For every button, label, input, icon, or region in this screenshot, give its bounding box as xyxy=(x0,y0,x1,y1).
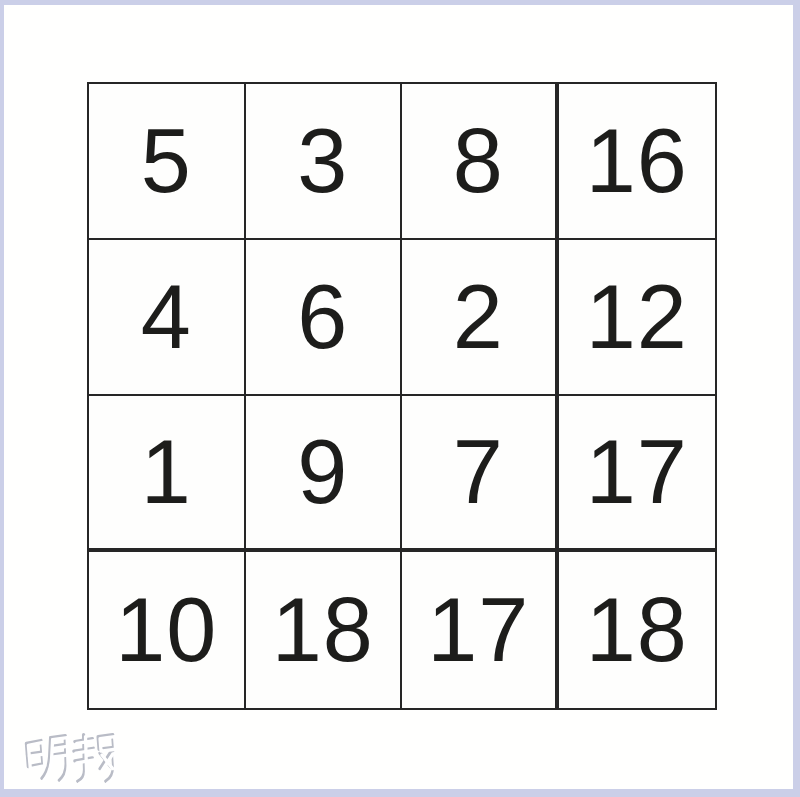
cell-r1c4-row-sum: 16 xyxy=(559,84,716,240)
cell-r2c4-row-sum: 12 xyxy=(559,240,716,396)
cell-r2c1: 4 xyxy=(89,240,246,396)
cell-value: 18 xyxy=(586,585,688,675)
cell-value: 17 xyxy=(586,427,688,517)
cell-r4c1-col-sum: 10 xyxy=(89,552,246,708)
cell-value: 4 xyxy=(141,272,192,362)
cell-value: 6 xyxy=(297,272,348,362)
puzzle-grid: 5 3 8 16 4 6 2 12 1 9 7 17 10 18 17 18 xyxy=(87,82,717,710)
cell-r3c4-row-sum: 17 xyxy=(559,396,716,552)
cell-r3c3: 7 xyxy=(402,396,559,552)
cell-value: 10 xyxy=(115,585,217,675)
cell-r1c1: 5 xyxy=(89,84,246,240)
cell-value: 18 xyxy=(272,585,374,675)
cell-value: 9 xyxy=(297,427,348,517)
cell-r4c3-col-sum: 17 xyxy=(402,552,559,708)
cell-r2c2: 6 xyxy=(246,240,403,396)
cell-value: 3 xyxy=(297,116,348,206)
cell-r3c1: 1 xyxy=(89,396,246,552)
cell-value: 7 xyxy=(453,427,504,517)
cell-r1c3: 8 xyxy=(402,84,559,240)
puzzle-page: 5 3 8 16 4 6 2 12 1 9 7 17 10 18 17 18 xyxy=(0,0,800,797)
cell-r4c2-col-sum: 18 xyxy=(246,552,403,708)
cell-value: 17 xyxy=(427,585,529,675)
cell-r1c2: 3 xyxy=(246,84,403,240)
cell-value: 5 xyxy=(141,116,192,206)
cell-value: 8 xyxy=(453,116,504,206)
cell-value: 1 xyxy=(141,427,192,517)
cell-value: 12 xyxy=(586,272,688,362)
cell-r4c4-corner: 18 xyxy=(559,552,716,708)
cell-value: 2 xyxy=(453,272,504,362)
cell-value: 16 xyxy=(586,116,688,206)
mingpao-watermark xyxy=(18,726,124,788)
mingpao-logo-icon xyxy=(18,726,124,788)
cell-r2c3: 2 xyxy=(402,240,559,396)
cell-r3c2: 9 xyxy=(246,396,403,552)
